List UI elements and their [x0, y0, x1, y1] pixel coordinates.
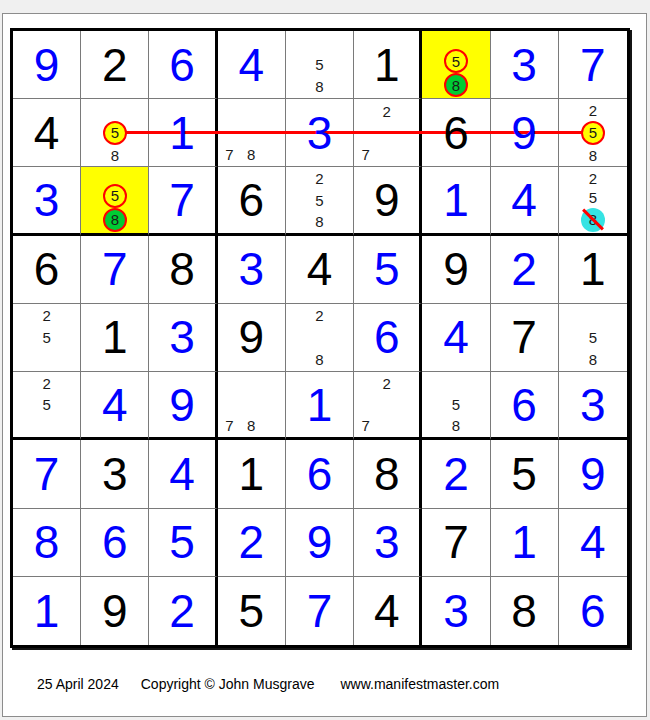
pencil-marks: 25 — [14, 305, 79, 370]
pencil-slot-4 — [423, 49, 444, 73]
pencil-slot-8: 8 — [240, 144, 262, 166]
cell-r6c8[interactable]: 6 — [491, 372, 559, 440]
pencil-slot-2: 2 — [376, 373, 397, 394]
solved-digit: 7 — [34, 451, 60, 497]
pencil-slot-6 — [467, 394, 489, 415]
cell-r3c4[interactable]: 6 — [218, 167, 286, 235]
cell-r5c7[interactable]: 4 — [422, 304, 490, 372]
solved-digit: 9 — [580, 451, 606, 497]
pencil-slot-5: 5 — [581, 188, 605, 208]
cell-r4c8[interactable]: 2 — [491, 236, 559, 304]
candidate-7[interactable]: 7 — [361, 418, 369, 433]
candidate-7[interactable]: 7 — [361, 147, 369, 162]
pencil-slot-1 — [355, 373, 376, 394]
cell-r2c9[interactable]: 258 — [559, 99, 627, 167]
candidate-5[interactable]: 5 — [315, 57, 323, 72]
cell-r6c4[interactable]: 78 — [218, 372, 286, 440]
pencil-slot-8 — [376, 415, 397, 436]
solved-digit: 6 — [102, 519, 128, 565]
candidate-5[interactable]: 5 — [315, 193, 323, 208]
cell-r5c3[interactable]: 3 — [149, 304, 217, 372]
candidate-2[interactable]: 2 — [383, 376, 391, 391]
cell-r1c3[interactable]: 6 — [149, 31, 217, 99]
pencil-slot-3 — [397, 100, 418, 122]
cell-r3c2[interactable]: 58 — [81, 167, 149, 235]
solved-digit: 1 — [511, 519, 537, 565]
solved-digit: 4 — [169, 451, 195, 497]
pencil-slot-5: 5 — [582, 327, 604, 349]
pencil-marks: 28 — [287, 305, 352, 370]
pencil-slot-7 — [287, 348, 309, 370]
pencil-slot-7: 7 — [355, 415, 376, 436]
pencil-slot-9 — [605, 145, 626, 166]
pencil-slot-1 — [560, 168, 581, 188]
cell-r8c2[interactable]: 6 — [81, 509, 149, 577]
solved-digit: 7 — [169, 177, 195, 223]
footer-website: www.manifestmaster.com — [340, 676, 499, 692]
candidate-5-yellow-circle[interactable]: 5 — [103, 121, 127, 145]
pencil-slot-6 — [127, 184, 148, 208]
pencil-slot-6 — [330, 54, 352, 76]
solved-digit: 9 — [34, 42, 60, 88]
cell-r7c3[interactable]: 4 — [149, 440, 217, 508]
pencil-slot-2: 2 — [581, 168, 605, 188]
solved-digit: 9 — [169, 382, 195, 428]
pencil-slot-2 — [445, 373, 467, 394]
pencil-slot-4 — [423, 394, 445, 415]
pencil-slot-9 — [467, 415, 489, 436]
given-digit: 9 — [443, 246, 469, 292]
given-digit: 1 — [102, 314, 128, 360]
pencil-slot-4 — [355, 122, 376, 144]
pencil-slot-3 — [57, 305, 79, 327]
pencil-slot-8: 8 — [309, 348, 331, 370]
pencil-slot-8: 8 — [309, 211, 331, 232]
cell-r2c4[interactable]: 78 — [218, 99, 286, 167]
pencil-slot-3 — [605, 168, 626, 188]
pencil-slot-1 — [423, 32, 444, 49]
candidate-8[interactable]: 8 — [111, 148, 119, 163]
candidate-5[interactable]: 5 — [589, 330, 597, 345]
cell-r4c9[interactable]: 1 — [559, 236, 627, 304]
given-digit: 7 — [443, 519, 469, 565]
pencil-slot-3 — [605, 100, 626, 121]
cell-r9c2[interactable]: 9 — [81, 577, 149, 645]
cell-r9c6[interactable]: 4 — [354, 577, 422, 645]
given-digit: 9 — [102, 588, 128, 634]
candidate-8[interactable]: 8 — [589, 148, 597, 163]
pencil-marks: 25 — [14, 373, 79, 436]
pencil-slot-4 — [219, 122, 241, 144]
cell-r9c8[interactable]: 8 — [491, 577, 559, 645]
pencil-marks: 58 — [82, 100, 147, 165]
solved-digit: 3 — [443, 588, 469, 634]
cell-r7c6[interactable]: 8 — [354, 440, 422, 508]
pencil-slot-7 — [82, 145, 103, 166]
cell-r5c2[interactable]: 1 — [81, 304, 149, 372]
cell-r3c9[interactable]: 258 — [559, 167, 627, 235]
pencil-slot-5: 5 — [309, 190, 331, 211]
pencil-slot-8 — [376, 144, 397, 166]
pencil-slot-6 — [57, 394, 79, 415]
solved-digit: 4 — [580, 519, 606, 565]
candidate-5-yellow-circle[interactable]: 5 — [581, 121, 605, 145]
cell-r9c9[interactable]: 6 — [559, 577, 627, 645]
pencil-slot-9 — [605, 208, 626, 232]
pencil-marks: 78 — [219, 373, 284, 436]
candidate-5[interactable]: 5 — [452, 397, 460, 412]
cell-r6c7[interactable]: 58 — [422, 372, 490, 440]
pencil-slot-2: 2 — [376, 100, 397, 122]
solved-digit: 6 — [307, 451, 333, 497]
pencil-slot-7 — [287, 75, 309, 97]
cell-r4c2[interactable]: 7 — [81, 236, 149, 304]
solved-digit: 1 — [307, 382, 333, 428]
candidate-8[interactable]: 8 — [247, 147, 255, 162]
pencil-slot-2: 2 — [36, 373, 58, 394]
solved-digit: 3 — [511, 42, 537, 88]
pencil-slot-4 — [14, 327, 36, 349]
pencil-slot-3 — [330, 305, 352, 327]
given-digit: 2 — [102, 42, 128, 88]
pencil-slot-2 — [103, 100, 127, 121]
pencil-slot-9 — [127, 208, 148, 232]
candidate-8[interactable]: 8 — [315, 79, 323, 94]
solved-digit: 1 — [169, 110, 195, 156]
pencil-slot-8 — [36, 348, 58, 370]
pencil-slot-4 — [560, 188, 581, 208]
solved-digit: 3 — [580, 382, 606, 428]
pencil-slot-1 — [560, 100, 581, 121]
pencil-slot-3 — [330, 168, 352, 189]
pencil-slot-2 — [582, 305, 604, 327]
cell-r7c9[interactable]: 9 — [559, 440, 627, 508]
solved-digit: 1 — [34, 588, 60, 634]
pencil-slot-6 — [604, 327, 626, 349]
given-digit: 1 — [580, 246, 606, 292]
cell-r5c4[interactable]: 9 — [218, 304, 286, 372]
given-digit: 8 — [374, 451, 400, 497]
pencil-marks: 58 — [560, 305, 626, 370]
candidate-5[interactable]: 5 — [42, 330, 50, 345]
pencil-slot-7 — [560, 145, 581, 166]
pencil-slot-5 — [376, 394, 397, 415]
pencil-slot-5: 5 — [444, 49, 468, 73]
candidate-2[interactable]: 2 — [315, 308, 323, 323]
given-digit: 9 — [238, 314, 264, 360]
candidate-2[interactable]: 2 — [315, 171, 323, 186]
cell-r3c3[interactable]: 7 — [149, 167, 217, 235]
pencil-slot-8: 8 — [103, 208, 127, 232]
cell-r5c5[interactable]: 28 — [286, 304, 354, 372]
footer-date: 25 April 2024 — [37, 676, 119, 692]
solved-digit: 4 — [511, 177, 537, 223]
pencil-slot-6 — [57, 327, 79, 349]
solved-digit: 7 — [307, 588, 333, 634]
cell-r3c1[interactable]: 3 — [13, 167, 81, 235]
solved-digit: 4 — [102, 382, 128, 428]
candidate-8-cyan-slash[interactable]: 8 — [581, 208, 605, 232]
pencil-slot-8 — [36, 415, 58, 436]
cell-r1c5[interactable]: 58 — [286, 31, 354, 99]
cell-r8c6[interactable]: 3 — [354, 509, 422, 577]
cell-r5c9[interactable]: 58 — [559, 304, 627, 372]
pencil-slot-5: 5 — [103, 121, 127, 145]
cell-r8c3[interactable]: 5 — [149, 509, 217, 577]
pencil-slot-2 — [240, 373, 262, 394]
cell-r9c4[interactable]: 5 — [218, 577, 286, 645]
solved-digit: 3 — [238, 246, 264, 292]
cell-r4c4[interactable]: 3 — [218, 236, 286, 304]
pencil-slot-2 — [309, 32, 331, 54]
pencil-slot-5: 5 — [36, 394, 58, 415]
pencil-slot-4 — [560, 121, 581, 145]
pencil-slot-3 — [262, 100, 284, 122]
given-digit: 4 — [374, 588, 400, 634]
given-digit: 4 — [307, 246, 333, 292]
cell-r8c1[interactable]: 8 — [13, 509, 81, 577]
cell-r1c1[interactable]: 9 — [13, 31, 81, 99]
pencil-slot-1 — [219, 373, 241, 394]
pencil-slot-9 — [57, 348, 79, 370]
pencil-slot-1 — [423, 373, 445, 394]
pencil-slot-1 — [355, 100, 376, 122]
cell-r9c1[interactable]: 1 — [13, 577, 81, 645]
solved-digit: 7 — [102, 246, 128, 292]
pencil-slot-4 — [82, 121, 103, 145]
cell-r7c4[interactable]: 1 — [218, 440, 286, 508]
cell-r2c6[interactable]: 27 — [354, 99, 422, 167]
cell-r6c3[interactable]: 9 — [149, 372, 217, 440]
pencil-slot-8: 8 — [309, 75, 331, 97]
solved-digit: 2 — [443, 451, 469, 497]
cell-r7c8[interactable]: 5 — [491, 440, 559, 508]
given-digit: 1 — [374, 42, 400, 88]
pencil-slot-7 — [14, 348, 36, 370]
pencil-slot-5 — [240, 122, 262, 144]
solved-digit: 6 — [374, 314, 400, 360]
pencil-slot-8: 8 — [582, 348, 604, 370]
pencil-slot-6 — [262, 394, 284, 415]
cell-r9c5[interactable]: 7 — [286, 577, 354, 645]
pencil-slot-5 — [376, 122, 397, 144]
cell-r1c6[interactable]: 1 — [354, 31, 422, 99]
pencil-slot-1 — [560, 305, 582, 327]
given-digit: 6 — [443, 110, 469, 156]
cell-r3c6[interactable]: 9 — [354, 167, 422, 235]
pencil-slot-6 — [262, 122, 284, 144]
pencil-slot-8: 8 — [103, 145, 127, 166]
pencil-slot-9 — [468, 73, 489, 97]
cell-r4c7[interactable]: 9 — [422, 236, 490, 304]
candidate-2[interactable]: 2 — [42, 376, 50, 391]
given-digit: 8 — [511, 588, 537, 634]
cell-r2c2[interactable]: 58 — [81, 99, 149, 167]
candidate-2[interactable]: 2 — [589, 103, 597, 118]
cell-r3c8[interactable]: 4 — [491, 167, 559, 235]
pencil-slot-7 — [14, 415, 36, 436]
solved-digit: 5 — [374, 246, 400, 292]
cell-r6c5[interactable]: 1 — [286, 372, 354, 440]
candidate-8-green-circle[interactable]: 8 — [444, 73, 468, 97]
pencil-slot-9 — [330, 211, 352, 232]
cell-r6c2[interactable]: 4 — [81, 372, 149, 440]
pencil-slot-3 — [468, 32, 489, 49]
candidate-5[interactable]: 5 — [42, 397, 50, 412]
pencil-slot-4 — [287, 190, 309, 211]
pencil-slot-1 — [287, 32, 309, 54]
candidate-8-green-circle[interactable]: 8 — [103, 208, 127, 232]
pencil-slot-1 — [219, 100, 241, 122]
pencil-slot-3 — [397, 373, 418, 394]
pencil-slot-6 — [127, 121, 148, 145]
cell-r5c1[interactable]: 25 — [13, 304, 81, 372]
pencil-slot-4 — [287, 327, 309, 349]
cell-r6c9[interactable]: 3 — [559, 372, 627, 440]
cell-r7c2[interactable]: 3 — [81, 440, 149, 508]
cell-r3c7[interactable]: 1 — [422, 167, 490, 235]
pencil-slot-3 — [330, 32, 352, 54]
candidate-8[interactable]: 8 — [247, 418, 255, 433]
pencil-marks: 27 — [355, 100, 418, 165]
solved-digit: 4 — [238, 42, 264, 88]
candidate-5-yellow-circle[interactable]: 5 — [444, 49, 468, 73]
cell-r8c8[interactable]: 1 — [491, 509, 559, 577]
footer-copyright: Copyright © John Musgrave — [141, 676, 315, 692]
pencil-slot-5: 5 — [581, 121, 605, 145]
cell-r9c3[interactable]: 2 — [149, 577, 217, 645]
pencil-slot-8: 8 — [581, 145, 605, 166]
cell-r1c2[interactable]: 2 — [81, 31, 149, 99]
pencil-slot-9 — [57, 415, 79, 436]
pencil-marks: 58 — [423, 32, 488, 97]
cell-r4c6[interactable]: 5 — [354, 236, 422, 304]
cell-r5c6[interactable]: 6 — [354, 304, 422, 372]
cell-r8c7[interactable]: 7 — [422, 509, 490, 577]
cell-r8c5[interactable]: 9 — [286, 509, 354, 577]
cell-r3c5[interactable]: 258 — [286, 167, 354, 235]
pencil-slot-4 — [82, 184, 103, 208]
pencil-slot-5: 5 — [103, 184, 127, 208]
pencil-slot-9 — [397, 144, 418, 166]
pencil-slot-2: 2 — [36, 305, 58, 327]
pencil-slot-3 — [127, 100, 148, 121]
pencil-slot-5: 5 — [36, 327, 58, 349]
pencil-slot-7 — [423, 73, 444, 97]
cell-r8c9[interactable]: 4 — [559, 509, 627, 577]
cell-r7c7[interactable]: 2 — [422, 440, 490, 508]
solved-digit: 9 — [307, 519, 333, 565]
pencil-slot-8: 8 — [444, 73, 468, 97]
footer: 25 April 2024Copyright © John Musgraveww… — [37, 676, 499, 692]
cell-r4c1[interactable]: 6 — [13, 236, 81, 304]
pencil-slot-1 — [287, 305, 309, 327]
cell-r1c8[interactable]: 3 — [491, 31, 559, 99]
candidate-8[interactable]: 8 — [315, 214, 323, 229]
cell-r6c6[interactable]: 27 — [354, 372, 422, 440]
pencil-slot-6 — [468, 49, 489, 73]
given-digit: 3 — [102, 451, 128, 497]
pencil-marks: 58 — [82, 168, 147, 231]
candidate-7[interactable]: 7 — [225, 418, 233, 433]
pencil-slot-9 — [330, 348, 352, 370]
given-digit: 5 — [511, 451, 537, 497]
candidate-8[interactable]: 8 — [589, 352, 597, 367]
pencil-slot-8: 8 — [445, 415, 467, 436]
solved-digit: 2 — [511, 246, 537, 292]
pencil-slot-2: 2 — [309, 168, 331, 189]
pencil-slot-6 — [397, 394, 418, 415]
candidate-5[interactable]: 5 — [589, 190, 597, 205]
solved-digit: 2 — [238, 519, 264, 565]
pencil-slot-4 — [560, 327, 582, 349]
given-digit: 5 — [238, 588, 264, 634]
pencil-marks: 258 — [560, 168, 626, 231]
pencil-slot-8: 8 — [581, 208, 605, 232]
pencil-slot-4 — [355, 394, 376, 415]
cell-r4c5[interactable]: 4 — [286, 236, 354, 304]
pencil-slot-3 — [127, 168, 148, 183]
candidate-8[interactable]: 8 — [315, 352, 323, 367]
pencil-slot-7 — [423, 415, 445, 436]
pencil-slot-6 — [605, 121, 626, 145]
pencil-slot-4 — [287, 54, 309, 76]
pencil-slot-3 — [467, 373, 489, 394]
cell-r1c7[interactable]: 58 — [422, 31, 490, 99]
pencil-slot-2: 2 — [309, 305, 331, 327]
given-digit: 7 — [511, 314, 537, 360]
solved-digit: 9 — [511, 110, 537, 156]
candidate-2[interactable]: 2 — [589, 171, 597, 186]
cell-r4c3[interactable]: 8 — [149, 236, 217, 304]
cell-r6c1[interactable]: 25 — [13, 372, 81, 440]
pencil-marks: 58 — [423, 373, 488, 436]
pencil-slot-9 — [397, 415, 418, 436]
pencil-slot-1 — [14, 305, 36, 327]
candidate-2[interactable]: 2 — [42, 308, 50, 323]
solved-digit: 5 — [169, 519, 195, 565]
cell-r5c8[interactable]: 7 — [491, 304, 559, 372]
pencil-slot-7: 7 — [219, 144, 241, 166]
cell-r9c7[interactable]: 3 — [422, 577, 490, 645]
pencil-slot-1 — [14, 373, 36, 394]
pencil-marks: 258 — [560, 100, 626, 165]
cell-r1c4[interactable]: 4 — [218, 31, 286, 99]
pencil-slot-2 — [103, 168, 127, 183]
cell-r7c5[interactable]: 6 — [286, 440, 354, 508]
pencil-slot-7 — [287, 211, 309, 232]
solved-digit: 6 — [169, 42, 195, 88]
pencil-slot-2 — [444, 32, 468, 49]
solved-digit: 6 — [580, 588, 606, 634]
pencil-marks: 78 — [219, 100, 284, 165]
pencil-marks: 58 — [287, 32, 352, 97]
candidate-8[interactable]: 8 — [452, 418, 460, 433]
cell-r1c9[interactable]: 7 — [559, 31, 627, 99]
candidate-5-yellow-circle[interactable]: 5 — [103, 184, 127, 208]
cell-r2c1[interactable]: 4 — [13, 99, 81, 167]
pencil-slot-6 — [605, 188, 626, 208]
cell-r7c1[interactable]: 7 — [13, 440, 81, 508]
cell-r8c4[interactable]: 2 — [218, 509, 286, 577]
pencil-slot-7 — [560, 208, 581, 232]
pencil-slot-9 — [262, 144, 284, 166]
candidate-7[interactable]: 7 — [225, 147, 233, 162]
pencil-slot-9 — [127, 145, 148, 166]
candidate-2[interactable]: 2 — [383, 104, 391, 119]
pencil-slot-9 — [604, 348, 626, 370]
solved-digit: 3 — [307, 110, 333, 156]
